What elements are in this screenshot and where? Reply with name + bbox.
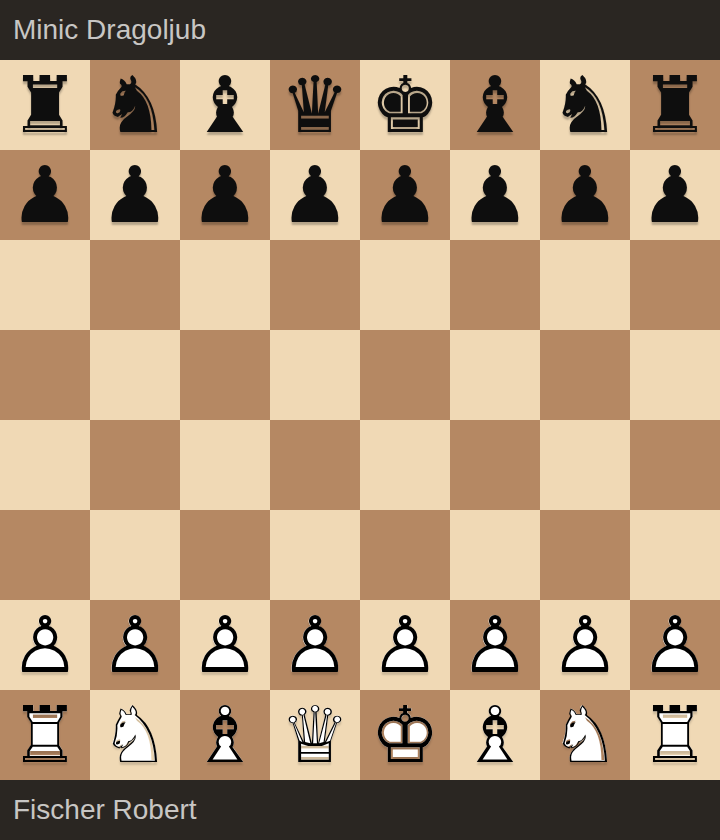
black-piece-fill-glyph: ♝ — [450, 60, 540, 150]
piece-white-knight[interactable]: ♞♘ — [540, 690, 630, 780]
square-e5[interactable] — [360, 330, 450, 420]
square-g5[interactable] — [540, 330, 630, 420]
black-piece-fill-glyph: ♟ — [270, 150, 360, 240]
piece-white-rook[interactable]: ♜♖ — [0, 690, 90, 780]
piece-black-pawn[interactable]: ♟ — [450, 150, 540, 240]
piece-black-pawn[interactable]: ♟ — [180, 150, 270, 240]
white-piece-outline-glyph: ♙ — [450, 600, 540, 690]
square-g4[interactable] — [540, 420, 630, 510]
square-b6[interactable] — [90, 240, 180, 330]
piece-black-rook[interactable]: ♜ — [0, 60, 90, 150]
piece-white-pawn[interactable]: ♟♙ — [0, 600, 90, 690]
top-player-bar: Minic Dragoljub — [0, 0, 720, 60]
top-player-name: Minic Dragoljub — [13, 0, 206, 60]
piece-white-rook[interactable]: ♜♖ — [630, 690, 720, 780]
white-piece-outline-glyph: ♗ — [180, 690, 270, 780]
black-piece-fill-glyph: ♛ — [270, 60, 360, 150]
square-b5[interactable] — [90, 330, 180, 420]
square-e8[interactable]: ♚ — [360, 60, 450, 150]
piece-black-pawn[interactable]: ♟ — [90, 150, 180, 240]
square-a3[interactable] — [0, 510, 90, 600]
square-d8[interactable]: ♛ — [270, 60, 360, 150]
square-a5[interactable] — [0, 330, 90, 420]
square-g3[interactable] — [540, 510, 630, 600]
white-piece-outline-glyph: ♙ — [90, 600, 180, 690]
white-piece-outline-glyph: ♖ — [0, 690, 90, 780]
square-e7[interactable]: ♟ — [360, 150, 450, 240]
chess-board: ♜♞♝♛♚♝♞♜♟♟♟♟♟♟♟♟♟♙♟♙♟♙♟♙♟♙♟♙♟♙♟♙♜♖♞♘♝♗♛♕… — [0, 60, 720, 780]
square-f8[interactable]: ♝ — [450, 60, 540, 150]
black-piece-fill-glyph: ♜ — [630, 60, 720, 150]
piece-black-pawn[interactable]: ♟ — [0, 150, 90, 240]
square-d4[interactable] — [270, 420, 360, 510]
piece-black-knight[interactable]: ♞ — [90, 60, 180, 150]
black-piece-fill-glyph: ♚ — [360, 60, 450, 150]
square-g7[interactable]: ♟ — [540, 150, 630, 240]
black-piece-fill-glyph: ♜ — [0, 60, 90, 150]
square-c1[interactable]: ♝♗ — [180, 690, 270, 780]
square-a7[interactable]: ♟ — [0, 150, 90, 240]
piece-white-bishop[interactable]: ♝♗ — [180, 690, 270, 780]
square-b1[interactable]: ♞♘ — [90, 690, 180, 780]
square-b4[interactable] — [90, 420, 180, 510]
piece-white-pawn[interactable]: ♟♙ — [630, 600, 720, 690]
square-d5[interactable] — [270, 330, 360, 420]
piece-white-knight[interactable]: ♞♘ — [90, 690, 180, 780]
square-e1[interactable]: ♚♔ — [360, 690, 450, 780]
square-c2[interactable]: ♟♙ — [180, 600, 270, 690]
square-b7[interactable]: ♟ — [90, 150, 180, 240]
square-f5[interactable] — [450, 330, 540, 420]
white-piece-outline-glyph: ♖ — [630, 690, 720, 780]
bottom-player-name: Fischer Robert — [13, 780, 197, 840]
piece-white-pawn[interactable]: ♟♙ — [450, 600, 540, 690]
square-f3[interactable] — [450, 510, 540, 600]
piece-white-pawn[interactable]: ♟♙ — [90, 600, 180, 690]
square-d2[interactable]: ♟♙ — [270, 600, 360, 690]
piece-black-rook[interactable]: ♜ — [630, 60, 720, 150]
square-e2[interactable]: ♟♙ — [360, 600, 450, 690]
black-piece-fill-glyph: ♟ — [360, 150, 450, 240]
square-b3[interactable] — [90, 510, 180, 600]
white-piece-outline-glyph: ♙ — [270, 600, 360, 690]
square-h2[interactable]: ♟♙ — [630, 600, 720, 690]
square-h8[interactable]: ♜ — [630, 60, 720, 150]
piece-white-pawn[interactable]: ♟♙ — [360, 600, 450, 690]
white-piece-outline-glyph: ♙ — [360, 600, 450, 690]
piece-black-pawn[interactable]: ♟ — [270, 150, 360, 240]
square-e6[interactable] — [360, 240, 450, 330]
square-h6[interactable] — [630, 240, 720, 330]
white-piece-outline-glyph: ♔ — [360, 690, 450, 780]
piece-white-bishop[interactable]: ♝♗ — [450, 690, 540, 780]
square-c7[interactable]: ♟ — [180, 150, 270, 240]
piece-white-pawn[interactable]: ♟♙ — [270, 600, 360, 690]
white-piece-outline-glyph: ♙ — [540, 600, 630, 690]
white-piece-outline-glyph: ♙ — [180, 600, 270, 690]
square-b2[interactable]: ♟♙ — [90, 600, 180, 690]
square-h4[interactable] — [630, 420, 720, 510]
white-piece-outline-glyph: ♗ — [450, 690, 540, 780]
piece-black-king[interactable]: ♚ — [360, 60, 450, 150]
square-f6[interactable] — [450, 240, 540, 330]
square-c4[interactable] — [180, 420, 270, 510]
piece-black-queen[interactable]: ♛ — [270, 60, 360, 150]
black-piece-fill-glyph: ♝ — [180, 60, 270, 150]
piece-black-pawn[interactable]: ♟ — [630, 150, 720, 240]
white-piece-outline-glyph: ♘ — [90, 690, 180, 780]
square-g2[interactable]: ♟♙ — [540, 600, 630, 690]
black-piece-fill-glyph: ♟ — [180, 150, 270, 240]
square-d3[interactable] — [270, 510, 360, 600]
square-h5[interactable] — [630, 330, 720, 420]
black-piece-fill-glyph: ♟ — [0, 150, 90, 240]
square-f7[interactable]: ♟ — [450, 150, 540, 240]
square-b8[interactable]: ♞ — [90, 60, 180, 150]
square-a1[interactable]: ♜♖ — [0, 690, 90, 780]
square-a4[interactable] — [0, 420, 90, 510]
square-f4[interactable] — [450, 420, 540, 510]
square-c6[interactable] — [180, 240, 270, 330]
black-piece-fill-glyph: ♟ — [90, 150, 180, 240]
white-piece-outline-glyph: ♕ — [270, 690, 360, 780]
piece-white-king[interactable]: ♚♔ — [360, 690, 450, 780]
black-piece-fill-glyph: ♞ — [90, 60, 180, 150]
square-h7[interactable]: ♟ — [630, 150, 720, 240]
piece-black-pawn[interactable]: ♟ — [540, 150, 630, 240]
black-piece-fill-glyph: ♞ — [540, 60, 630, 150]
square-h1[interactable]: ♜♖ — [630, 690, 720, 780]
square-c5[interactable] — [180, 330, 270, 420]
square-a8[interactable]: ♜ — [0, 60, 90, 150]
square-e3[interactable] — [360, 510, 450, 600]
piece-black-pawn[interactable]: ♟ — [360, 150, 450, 240]
piece-black-bishop[interactable]: ♝ — [450, 60, 540, 150]
square-d1[interactable]: ♛♕ — [270, 690, 360, 780]
piece-white-pawn[interactable]: ♟♙ — [180, 600, 270, 690]
square-g6[interactable] — [540, 240, 630, 330]
white-piece-outline-glyph: ♘ — [540, 690, 630, 780]
white-piece-outline-glyph: ♙ — [0, 600, 90, 690]
square-a2[interactable]: ♟♙ — [0, 600, 90, 690]
bottom-player-bar: Fischer Robert — [0, 780, 720, 840]
square-c3[interactable] — [180, 510, 270, 600]
square-c8[interactable]: ♝ — [180, 60, 270, 150]
square-e4[interactable] — [360, 420, 450, 510]
piece-black-knight[interactable]: ♞ — [540, 60, 630, 150]
black-piece-fill-glyph: ♟ — [630, 150, 720, 240]
square-g1[interactable]: ♞♘ — [540, 690, 630, 780]
square-h3[interactable] — [630, 510, 720, 600]
black-piece-fill-glyph: ♟ — [540, 150, 630, 240]
square-d7[interactable]: ♟ — [270, 150, 360, 240]
piece-black-bishop[interactable]: ♝ — [180, 60, 270, 150]
square-f1[interactable]: ♝♗ — [450, 690, 540, 780]
black-piece-fill-glyph: ♟ — [450, 150, 540, 240]
square-f2[interactable]: ♟♙ — [450, 600, 540, 690]
square-a6[interactable] — [0, 240, 90, 330]
white-piece-outline-glyph: ♙ — [630, 600, 720, 690]
square-g8[interactable]: ♞ — [540, 60, 630, 150]
piece-white-pawn[interactable]: ♟♙ — [540, 600, 630, 690]
square-d6[interactable] — [270, 240, 360, 330]
piece-white-queen[interactable]: ♛♕ — [270, 690, 360, 780]
